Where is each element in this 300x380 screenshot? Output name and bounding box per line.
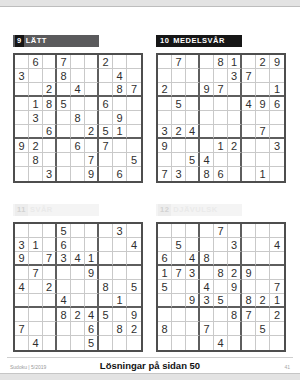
cell-r8c8 <box>256 153 270 167</box>
cell-r6c8: 7 <box>256 125 270 139</box>
cell-r1c8: 2 <box>256 55 270 69</box>
cell-r4c6 <box>85 97 99 111</box>
cell-r4c3: 3 <box>186 266 200 280</box>
cell-r1c6 <box>228 224 242 238</box>
cell-r8c7 <box>99 153 113 167</box>
cell-r6c3: 6 <box>43 125 57 139</box>
cell-r6c9: 1 <box>270 294 284 308</box>
cell-r9c4 <box>200 336 214 350</box>
cell-r4c9 <box>270 266 284 280</box>
cell-r6c3 <box>43 294 57 308</box>
cell-r2c6 <box>85 69 99 83</box>
cell-r3c5 <box>214 252 228 266</box>
cell-r6c9 <box>127 125 141 139</box>
cell-r1c1 <box>15 55 29 69</box>
cell-r4c4: 5 <box>57 97 71 111</box>
cell-r5c4 <box>57 280 71 294</box>
cell-r2c9: 4 <box>127 238 141 252</box>
puzzle-block-10: 10MEDELSVÅR 7812937297154963247912354738… <box>156 35 288 183</box>
cell-r1c7: 2 <box>99 55 113 69</box>
sudoku-grid: 781293729715496324791235473861 <box>156 53 286 183</box>
cell-r6c4 <box>200 125 214 139</box>
cell-r7c3 <box>43 139 57 153</box>
cell-r1c7 <box>242 55 256 69</box>
cell-r5c8 <box>256 280 270 294</box>
cell-r8c2: 8 <box>29 153 43 167</box>
puzzle-number: 12 <box>158 204 171 216</box>
cell-r6c1 <box>15 125 29 139</box>
cell-r8c5 <box>214 153 228 167</box>
cell-r2c5 <box>214 69 228 83</box>
cell-r7c9 <box>127 139 141 153</box>
cell-r2c8: 4 <box>113 69 127 83</box>
cell-r3c8: 8 <box>113 83 127 97</box>
cell-r8c1: 8 <box>158 322 172 336</box>
cell-r6c4: 3 <box>200 294 214 308</box>
cell-r6c8: 1 <box>113 125 127 139</box>
cell-r3c4: 3 <box>57 252 71 266</box>
cell-r7c4 <box>200 139 214 153</box>
cell-r4c7 <box>99 266 113 280</box>
cell-r8c3 <box>43 322 57 336</box>
cell-r2c6 <box>85 238 99 252</box>
cell-r3c6: 1 <box>85 252 99 266</box>
cell-r1c8: 3 <box>113 224 127 238</box>
cell-r3c9 <box>270 252 284 266</box>
cell-r3c8 <box>256 83 270 97</box>
cell-r1c6 <box>85 55 99 69</box>
cell-r3c1: 2 <box>158 83 172 97</box>
cell-r7c9: 3 <box>270 139 284 153</box>
cell-r5c9: 5 <box>127 280 141 294</box>
puzzle-block-12: 12DJÄVULSK 75346481738295497935821872875… <box>156 204 288 352</box>
sudoku-grid: 753464817382954979358218728754 <box>156 222 286 352</box>
cell-r4c2: 1 <box>29 97 43 111</box>
cell-r9c9 <box>270 167 284 181</box>
cell-r1c3 <box>43 55 57 69</box>
cell-r9c5 <box>71 167 85 181</box>
cell-r6c7 <box>242 125 256 139</box>
cell-r5c5 <box>214 280 228 294</box>
cell-r7c7: 7 <box>242 308 256 322</box>
cell-r4c6: 2 <box>228 266 242 280</box>
cell-r1c6: 1 <box>228 55 242 69</box>
cell-r4c9 <box>127 266 141 280</box>
cell-r6c2 <box>172 294 186 308</box>
sudoku-grid: 6723842487185638962519267875396 <box>13 53 143 183</box>
cell-r8c2 <box>172 153 186 167</box>
cell-r3c5: 7 <box>214 83 228 97</box>
cell-r3c1: 6 <box>158 252 172 266</box>
cell-r4c2: 5 <box>172 97 186 111</box>
cell-r6c1: 3 <box>158 125 172 139</box>
cell-r9c8 <box>113 336 127 350</box>
cell-r9c2 <box>172 336 186 350</box>
cell-r2c4 <box>200 69 214 83</box>
cell-r7c5: 2 <box>71 308 85 322</box>
cell-r1c3 <box>186 55 200 69</box>
cell-r1c9: 9 <box>270 55 284 69</box>
cell-r6c5 <box>214 125 228 139</box>
cell-r3c2 <box>172 252 186 266</box>
cell-r4c8 <box>113 97 127 111</box>
cell-r5c7 <box>242 111 256 125</box>
cell-r5c1 <box>15 111 29 125</box>
cell-r7c8 <box>256 308 270 322</box>
cell-r1c9 <box>270 224 284 238</box>
cell-r6c4 <box>57 125 71 139</box>
cell-r5c5 <box>71 280 85 294</box>
cell-r8c6: 7 <box>85 153 99 167</box>
cell-r6c6 <box>228 294 242 308</box>
cell-r8c6 <box>228 322 242 336</box>
cell-r3c8 <box>113 252 127 266</box>
difficulty-bar: 10MEDELSVÅR <box>156 35 242 47</box>
cell-r2c2 <box>172 69 186 83</box>
difficulty-bar: 9LÄTT <box>13 35 99 47</box>
cell-r4c8 <box>113 266 127 280</box>
cell-r9c9 <box>270 336 284 350</box>
cell-r3c7 <box>242 252 256 266</box>
cell-r3c9 <box>127 252 141 266</box>
cell-r9c1 <box>15 336 29 350</box>
cell-r8c7 <box>99 322 113 336</box>
cell-r1c4: 5 <box>57 224 71 238</box>
cell-r5c8 <box>256 111 270 125</box>
cell-r7c2: 2 <box>29 139 43 153</box>
cell-r9c3 <box>186 336 200 350</box>
puzzle-number: 11 <box>15 204 28 216</box>
cell-r4c6 <box>228 97 242 111</box>
cell-r2c7 <box>99 69 113 83</box>
cell-r5c2 <box>172 280 186 294</box>
cell-r9c3: 3 <box>43 167 57 181</box>
cell-r5c4 <box>200 111 214 125</box>
cell-r3c3: 7 <box>43 252 57 266</box>
cell-r8c9: 5 <box>127 153 141 167</box>
cell-r5c3 <box>186 111 200 125</box>
cell-r6c6 <box>228 125 242 139</box>
cell-r5c1: 4 <box>15 280 29 294</box>
cell-r3c2 <box>29 83 43 97</box>
cell-r9c9 <box>127 336 141 350</box>
cell-r1c2 <box>29 224 43 238</box>
cell-r2c9 <box>270 69 284 83</box>
cell-r4c3: 8 <box>43 97 57 111</box>
cell-r5c2: 3 <box>29 111 43 125</box>
cell-r3c7 <box>99 252 113 266</box>
cell-r5c7: 8 <box>99 280 113 294</box>
cell-r5c6: 9 <box>228 280 242 294</box>
difficulty-label: LÄTT <box>26 36 47 45</box>
cell-r6c6 <box>85 294 99 308</box>
cell-r2c1: 3 <box>15 238 29 252</box>
cell-r5c3 <box>186 280 200 294</box>
cell-r2c8 <box>113 238 127 252</box>
cell-r9c5: 4 <box>214 336 228 350</box>
cell-r9c1 <box>15 167 29 181</box>
cell-r2c3 <box>43 238 57 252</box>
cell-r7c1 <box>15 308 29 322</box>
magazine-sudoku-page: { "game": "sudoku", "position": { "puzzl… <box>0 0 300 380</box>
cell-r5c9: 7 <box>270 280 284 294</box>
cell-r5c5 <box>214 111 228 125</box>
cell-r4c3 <box>43 266 57 280</box>
cell-r7c6: 4 <box>85 308 99 322</box>
sudoku-grid: 533164973417942854182459768245 <box>13 222 143 352</box>
difficulty-label: MEDELSVÅR <box>173 36 225 45</box>
cell-r8c4 <box>57 153 71 167</box>
cell-r3c4: 9 <box>200 83 214 97</box>
cell-r7c5: 1 <box>214 139 228 153</box>
cell-r8c1: 7 <box>15 322 29 336</box>
cell-r7c6 <box>85 139 99 153</box>
cell-r9c8: 6 <box>113 167 127 181</box>
cell-r4c5 <box>214 97 228 111</box>
cell-r7c7: 7 <box>99 139 113 153</box>
puzzle-block-9: 9LÄTT 6723842487185638962519267875396 <box>13 35 145 183</box>
cell-r7c2 <box>172 308 186 322</box>
cell-r8c2 <box>172 322 186 336</box>
cell-r7c7: 5 <box>99 308 113 322</box>
cell-r4c1 <box>158 97 172 111</box>
cell-r7c5 <box>214 308 228 322</box>
cell-r2c8 <box>256 69 270 83</box>
cell-r6c1 <box>15 294 29 308</box>
cell-r1c5: 8 <box>214 55 228 69</box>
cell-r4c5: 8 <box>214 266 228 280</box>
cell-r7c1 <box>158 308 172 322</box>
cell-r3c5: 4 <box>71 252 85 266</box>
cell-r2c9 <box>127 69 141 83</box>
cell-r8c1 <box>15 153 29 167</box>
cell-r7c2 <box>29 308 43 322</box>
cell-r1c8 <box>113 55 127 69</box>
cell-r9c8 <box>256 336 270 350</box>
cell-r4c8 <box>256 266 270 280</box>
issue-credit: Sudoku | 5/2019 <box>10 364 46 370</box>
cell-r8c4: 4 <box>200 153 214 167</box>
cell-r1c5 <box>71 55 85 69</box>
cell-r8c8 <box>113 153 127 167</box>
page-top-edge <box>0 0 300 7</box>
cell-r1c8 <box>256 224 270 238</box>
cell-r9c2: 3 <box>172 167 186 181</box>
cell-r5c7 <box>99 111 113 125</box>
cell-r3c1 <box>15 83 29 97</box>
cell-r6c5 <box>71 294 85 308</box>
cell-r3c7 <box>242 83 256 97</box>
cell-r5c6 <box>85 280 99 294</box>
cell-r9c5: 6 <box>214 167 228 181</box>
cell-r4c7: 6 <box>99 97 113 111</box>
cell-r8c6: 6 <box>85 322 99 336</box>
cell-r9c4 <box>57 336 71 350</box>
cell-r5c8: 9 <box>113 111 127 125</box>
cell-r1c2: 6 <box>29 55 43 69</box>
cell-r2c1 <box>158 69 172 83</box>
cell-r5c6 <box>228 111 242 125</box>
cell-r8c9: 2 <box>127 322 141 336</box>
cell-r8c5 <box>71 322 85 336</box>
cell-r7c5: 6 <box>71 139 85 153</box>
cell-r5c3: 2 <box>43 280 57 294</box>
cell-r1c7 <box>99 224 113 238</box>
cell-r7c2 <box>172 139 186 153</box>
cell-r1c3 <box>186 224 200 238</box>
footer-divider <box>7 357 293 358</box>
cell-r2c6: 3 <box>228 238 242 252</box>
cell-r2c8 <box>256 238 270 252</box>
page-bottom-edge <box>0 373 300 380</box>
cell-r5c3 <box>43 111 57 125</box>
cell-r4c9 <box>127 97 141 111</box>
cell-r2c9: 4 <box>270 238 284 252</box>
cell-r9c8: 1 <box>256 167 270 181</box>
page-number: 41 <box>284 364 290 370</box>
cell-r8c4 <box>57 322 71 336</box>
cell-r7c9: 2 <box>270 308 284 322</box>
cell-r7c9: 9 <box>127 308 141 322</box>
cell-r5c1: 5 <box>158 280 172 294</box>
cell-r3c9: 1 <box>270 83 284 97</box>
cell-r5c8 <box>113 280 127 294</box>
cell-r1c1 <box>158 55 172 69</box>
cell-r9c7 <box>99 336 113 350</box>
cell-r5c6 <box>85 111 99 125</box>
cell-r9c2: 4 <box>29 336 43 350</box>
cell-r2c2 <box>29 69 43 83</box>
cell-r9c2 <box>29 167 43 181</box>
cell-r5c4 <box>57 111 71 125</box>
cell-r9c6: 5 <box>85 336 99 350</box>
cell-r8c2 <box>29 322 43 336</box>
cell-r6c5 <box>71 125 85 139</box>
cell-r7c6: 2 <box>228 139 242 153</box>
cell-r9c1 <box>158 336 172 350</box>
cell-r4c4 <box>200 266 214 280</box>
cell-r3c3: 2 <box>43 83 57 97</box>
cell-r2c4: 8 <box>57 69 71 83</box>
cell-r6c2: 2 <box>172 125 186 139</box>
cell-r5c9 <box>270 111 284 125</box>
cell-r3c4 <box>57 83 71 97</box>
difficulty-label: DJÄVULSK <box>173 205 217 214</box>
cell-r4c5 <box>71 97 85 111</box>
cell-r8c3 <box>43 153 57 167</box>
cell-r6c6: 2 <box>85 125 99 139</box>
cell-r3c6 <box>228 83 242 97</box>
cell-r8c7 <box>242 153 256 167</box>
cell-r6c2 <box>29 294 43 308</box>
cell-r7c8 <box>113 308 127 322</box>
cell-r8c4: 7 <box>200 322 214 336</box>
cell-r5c2 <box>172 111 186 125</box>
cell-r7c3 <box>43 308 57 322</box>
cell-r1c9 <box>127 224 141 238</box>
cell-r6c7 <box>99 294 113 308</box>
cell-r4c4 <box>57 266 71 280</box>
cell-r6c9 <box>270 125 284 139</box>
cell-r3c8 <box>256 252 270 266</box>
cell-r1c1 <box>15 224 29 238</box>
cell-r1c4: 7 <box>57 55 71 69</box>
cell-r4c7: 9 <box>242 266 256 280</box>
cell-r8c6 <box>228 153 242 167</box>
cell-r5c5: 8 <box>71 111 85 125</box>
cell-r2c6: 3 <box>228 69 242 83</box>
cell-r2c1 <box>158 238 172 252</box>
cell-r1c4 <box>200 55 214 69</box>
cell-r7c4: 8 <box>57 308 71 322</box>
cell-r3c5: 4 <box>71 83 85 97</box>
puzzle-number: 10 <box>158 35 171 47</box>
cell-r1c6 <box>85 224 99 238</box>
cell-r8c8: 8 <box>113 322 127 336</box>
cell-r5c4: 4 <box>200 280 214 294</box>
cell-r9c7 <box>242 336 256 350</box>
cell-r4c2: 7 <box>172 266 186 280</box>
cell-r7c1: 9 <box>15 139 29 153</box>
cell-r2c3 <box>186 238 200 252</box>
cell-r3c3: 4 <box>186 252 200 266</box>
cell-r4c8: 9 <box>256 97 270 111</box>
cell-r8c3: 5 <box>186 153 200 167</box>
cell-r9c7 <box>99 167 113 181</box>
cell-r9c3 <box>43 336 57 350</box>
cell-r9c4: 8 <box>200 167 214 181</box>
cell-r3c9: 7 <box>127 83 141 97</box>
cell-r7c8 <box>256 139 270 153</box>
cell-r4c2: 7 <box>29 266 43 280</box>
cell-r5c2 <box>29 280 43 294</box>
cell-r7c4 <box>200 308 214 322</box>
cell-r8c8: 5 <box>256 322 270 336</box>
cell-r3c3 <box>186 83 200 97</box>
puzzle-number: 9 <box>15 35 24 47</box>
cell-r9c6: 9 <box>85 167 99 181</box>
cell-r4c1 <box>15 97 29 111</box>
cell-r1c2 <box>172 224 186 238</box>
cell-r4c6: 9 <box>85 266 99 280</box>
cell-r2c7 <box>99 238 113 252</box>
cell-r2c3 <box>186 69 200 83</box>
cell-r2c4: 6 <box>57 238 71 252</box>
cell-r9c6 <box>228 336 242 350</box>
cell-r6c3: 9 <box>186 294 200 308</box>
cell-r6c8: 1 <box>113 294 127 308</box>
cell-r5c7 <box>242 280 256 294</box>
cell-r6c1 <box>158 294 172 308</box>
cell-r1c1 <box>158 224 172 238</box>
cell-r4c5 <box>71 266 85 280</box>
cell-r1c5 <box>71 224 85 238</box>
cell-r9c1: 7 <box>158 167 172 181</box>
cell-r9c9 <box>127 167 141 181</box>
cell-r2c2: 5 <box>172 238 186 252</box>
cell-r6c3: 4 <box>186 125 200 139</box>
cell-r5c1 <box>158 111 172 125</box>
cell-r6c7: 5 <box>99 125 113 139</box>
cell-r4c4 <box>200 97 214 111</box>
cell-r6c5: 5 <box>214 294 228 308</box>
cell-r8c5 <box>71 153 85 167</box>
cell-r6c7: 8 <box>242 294 256 308</box>
cell-r4c3 <box>186 97 200 111</box>
cell-r3c4: 8 <box>200 252 214 266</box>
difficulty-label: SVÅR <box>30 205 53 214</box>
cell-r6c9 <box>127 294 141 308</box>
